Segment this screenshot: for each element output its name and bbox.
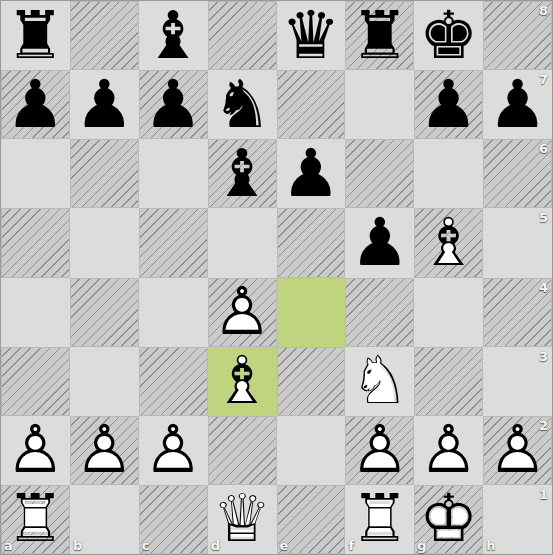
square-c5[interactable] — [139, 208, 208, 277]
rank-label-2: 2 — [539, 419, 548, 432]
white-pawn-outline: ♙︎ — [414, 416, 483, 485]
square-e4[interactable] — [277, 278, 346, 347]
square-f2[interactable]: ♟︎♙︎ — [345, 416, 414, 485]
white-bishop[interactable]: ♝︎♗︎ — [414, 208, 483, 277]
black-rook[interactable]: ♜︎ — [1, 1, 70, 70]
white-pawn[interactable]: ♟︎♙︎ — [345, 416, 414, 485]
square-h2[interactable]: ♟︎♙︎2 — [483, 416, 552, 485]
black-pawn-glyph: ♟︎ — [277, 139, 346, 208]
file-label-h: h — [486, 539, 495, 552]
square-e8[interactable]: ♛︎ — [277, 1, 346, 70]
square-e2[interactable] — [277, 416, 346, 485]
black-bishop-glyph: ♝︎ — [139, 1, 208, 70]
black-rook-glyph: ♜︎ — [345, 1, 414, 70]
square-h1[interactable]: 1h — [483, 485, 552, 554]
square-h8[interactable]: 8 — [483, 1, 552, 70]
white-pawn[interactable]: ♟︎♙︎ — [70, 416, 139, 485]
file-label-e: e — [280, 539, 289, 552]
square-f6[interactable] — [345, 139, 414, 208]
black-pawn[interactable]: ♟︎ — [277, 139, 346, 208]
square-b5[interactable] — [70, 208, 139, 277]
white-pawn-fill: ♟︎ — [1, 416, 70, 485]
black-pawn[interactable]: ♟︎ — [414, 70, 483, 139]
square-e5[interactable] — [277, 208, 346, 277]
rank-label-7: 7 — [539, 73, 548, 86]
square-e7[interactable] — [277, 70, 346, 139]
square-g6[interactable] — [414, 139, 483, 208]
white-pawn[interactable]: ♟︎♙︎ — [208, 278, 277, 347]
square-b4[interactable] — [70, 278, 139, 347]
square-c4[interactable] — [139, 278, 208, 347]
white-pawn-outline: ♙︎ — [139, 416, 208, 485]
white-bishop-fill: ♝︎ — [208, 347, 277, 416]
rank-label-4: 4 — [539, 281, 548, 294]
chess-board: ♜︎♝︎♛︎♜︎♚︎8♟︎♟︎♟︎♞︎♟︎♟︎7♝︎♟︎6♟︎♝︎♗︎5♟︎♙︎… — [0, 0, 553, 555]
white-bishop-outline: ♗︎ — [208, 347, 277, 416]
square-h5[interactable]: 5 — [483, 208, 552, 277]
square-f3[interactable]: ♞︎♘︎ — [345, 347, 414, 416]
white-knight-outline: ♘︎ — [345, 347, 414, 416]
black-bishop[interactable]: ♝︎ — [139, 1, 208, 70]
square-d1[interactable]: ♛︎♕︎d — [208, 485, 277, 554]
file-label-c: c — [142, 539, 150, 552]
square-e6[interactable]: ♟︎ — [277, 139, 346, 208]
black-pawn-glyph: ♟︎ — [414, 70, 483, 139]
white-rook[interactable]: ♜︎♖︎ — [345, 485, 414, 554]
square-b1[interactable]: b — [70, 485, 139, 554]
square-a6[interactable] — [1, 139, 70, 208]
square-c7[interactable]: ♟︎ — [139, 70, 208, 139]
black-rook[interactable]: ♜︎ — [345, 1, 414, 70]
rank-label-5: 5 — [539, 211, 548, 224]
square-g7[interactable]: ♟︎ — [414, 70, 483, 139]
black-knight[interactable]: ♞︎ — [208, 70, 277, 139]
black-king-glyph: ♚︎ — [414, 1, 483, 70]
square-d5[interactable] — [208, 208, 277, 277]
black-pawn-glyph: ♟︎ — [70, 70, 139, 139]
square-c1[interactable]: c — [139, 485, 208, 554]
file-label-b: b — [73, 539, 82, 552]
square-g4[interactable] — [414, 278, 483, 347]
white-pawn[interactable]: ♟︎♙︎ — [139, 416, 208, 485]
square-d3[interactable]: ♝︎♗︎ — [208, 347, 277, 416]
file-label-g: g — [417, 539, 426, 552]
white-pawn-fill: ♟︎ — [139, 416, 208, 485]
white-knight-fill: ♞︎ — [345, 347, 414, 416]
square-d7[interactable]: ♞︎ — [208, 70, 277, 139]
square-f5[interactable]: ♟︎ — [345, 208, 414, 277]
black-pawn[interactable]: ♟︎ — [70, 70, 139, 139]
white-pawn-fill: ♟︎ — [208, 278, 277, 347]
square-a3[interactable] — [1, 347, 70, 416]
square-h6[interactable]: 6 — [483, 139, 552, 208]
black-pawn[interactable]: ♟︎ — [345, 208, 414, 277]
black-pawn-glyph: ♟︎ — [345, 208, 414, 277]
black-queen[interactable]: ♛︎ — [277, 1, 346, 70]
square-c6[interactable] — [139, 139, 208, 208]
square-b6[interactable] — [70, 139, 139, 208]
white-pawn-outline: ♙︎ — [345, 416, 414, 485]
rank-label-3: 3 — [539, 350, 548, 363]
square-d2[interactable] — [208, 416, 277, 485]
square-h3[interactable]: 3 — [483, 347, 552, 416]
black-king[interactable]: ♚︎ — [414, 1, 483, 70]
square-c2[interactable]: ♟︎♙︎ — [139, 416, 208, 485]
square-a5[interactable] — [1, 208, 70, 277]
white-bishop-outline: ♗︎ — [414, 208, 483, 277]
square-d4[interactable]: ♟︎♙︎ — [208, 278, 277, 347]
black-knight-glyph: ♞︎ — [208, 70, 277, 139]
square-a8[interactable]: ♜︎ — [1, 1, 70, 70]
file-label-a: a — [4, 539, 13, 552]
square-f4[interactable] — [345, 278, 414, 347]
white-pawn-fill: ♟︎ — [345, 416, 414, 485]
black-queen-glyph: ♛︎ — [277, 1, 346, 70]
square-b2[interactable]: ♟︎♙︎ — [70, 416, 139, 485]
white-pawn-fill: ♟︎ — [70, 416, 139, 485]
black-pawn-glyph: ♟︎ — [139, 70, 208, 139]
white-knight[interactable]: ♞︎♘︎ — [345, 347, 414, 416]
white-pawn-outline: ♙︎ — [1, 416, 70, 485]
rank-label-1: 1 — [539, 488, 548, 501]
square-a2[interactable]: ♟︎♙︎ — [1, 416, 70, 485]
black-pawn[interactable]: ♟︎ — [1, 70, 70, 139]
square-g3[interactable] — [414, 347, 483, 416]
square-e3[interactable] — [277, 347, 346, 416]
file-label-f: f — [348, 539, 354, 552]
white-rook-fill: ♜︎ — [345, 485, 414, 554]
square-f7[interactable] — [345, 70, 414, 139]
white-rook-outline: ♖︎ — [345, 485, 414, 554]
square-e1[interactable]: e — [277, 485, 346, 554]
square-d6[interactable]: ♝︎ — [208, 139, 277, 208]
white-pawn-outline: ♙︎ — [208, 278, 277, 347]
square-g8[interactable]: ♚︎ — [414, 1, 483, 70]
square-g1[interactable]: ♚︎♔︎g — [414, 485, 483, 554]
square-a7[interactable]: ♟︎ — [1, 70, 70, 139]
black-rook-glyph: ♜︎ — [1, 1, 70, 70]
square-b3[interactable] — [70, 347, 139, 416]
file-label-d: d — [211, 539, 220, 552]
rank-label-6: 6 — [539, 142, 548, 155]
white-pawn-outline: ♙︎ — [70, 416, 139, 485]
square-d8[interactable] — [208, 1, 277, 70]
white-pawn[interactable]: ♟︎♙︎ — [414, 416, 483, 485]
square-f8[interactable]: ♜︎ — [345, 1, 414, 70]
square-h4[interactable]: 4 — [483, 278, 552, 347]
white-bishop[interactable]: ♝︎♗︎ — [208, 347, 277, 416]
square-c8[interactable]: ♝︎ — [139, 1, 208, 70]
black-pawn[interactable]: ♟︎ — [139, 70, 208, 139]
white-bishop-fill: ♝︎ — [414, 208, 483, 277]
square-b8[interactable] — [70, 1, 139, 70]
white-pawn[interactable]: ♟︎♙︎ — [1, 416, 70, 485]
square-b7[interactable]: ♟︎ — [70, 70, 139, 139]
white-pawn-fill: ♟︎ — [414, 416, 483, 485]
square-a4[interactable] — [1, 278, 70, 347]
square-f1[interactable]: ♜︎♖︎f — [345, 485, 414, 554]
black-pawn-glyph: ♟︎ — [1, 70, 70, 139]
black-bishop-glyph: ♝︎ — [208, 139, 277, 208]
square-g2[interactable]: ♟︎♙︎ — [414, 416, 483, 485]
black-bishop[interactable]: ♝︎ — [208, 139, 277, 208]
square-a1[interactable]: ♜︎♖︎a — [1, 485, 70, 554]
square-g5[interactable]: ♝︎♗︎ — [414, 208, 483, 277]
square-h7[interactable]: ♟︎7 — [483, 70, 552, 139]
rank-label-8: 8 — [539, 4, 548, 17]
square-c3[interactable] — [139, 347, 208, 416]
